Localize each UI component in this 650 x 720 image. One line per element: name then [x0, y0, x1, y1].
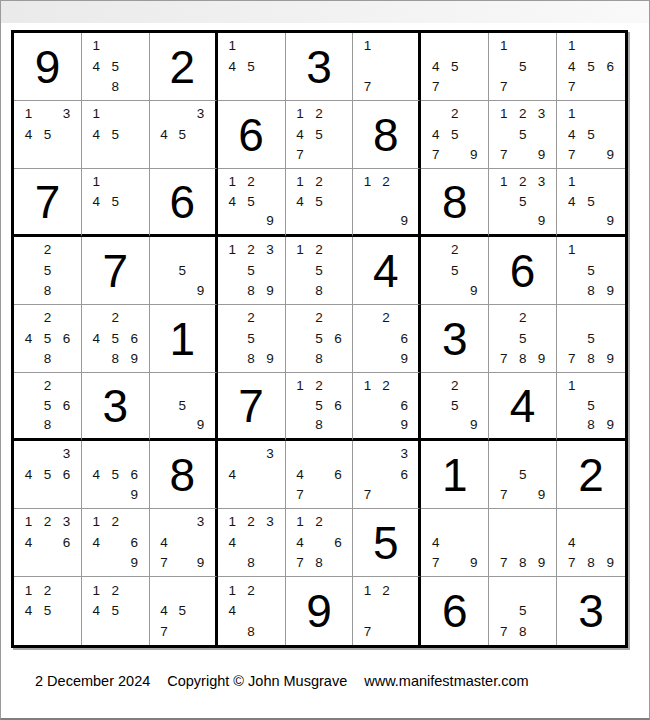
cell-r1c8[interactable]: 157 [489, 33, 557, 101]
cell-r8c6[interactable]: 5 [353, 509, 421, 577]
cell-r3c2[interactable]: 145 [82, 169, 150, 237]
cell-r5c2[interactable]: 245689 [82, 305, 150, 373]
cell-r4c4[interactable]: 123589 [218, 237, 286, 305]
cell-r7c6[interactable]: 367 [353, 441, 421, 509]
cell-r5c4[interactable]: 2589 [218, 305, 286, 373]
cell-r2c3[interactable]: 345 [150, 101, 218, 169]
pencil-marks: 3456 [14, 441, 81, 508]
solved-digit: 1 [421, 441, 488, 508]
solved-digit: 6 [421, 577, 488, 645]
cell-r7c9[interactable]: 2 [557, 441, 625, 509]
cell-r6c1[interactable]: 2568 [14, 373, 82, 441]
cell-r8c4[interactable]: 12348 [218, 509, 286, 577]
cell-r6c4[interactable]: 7 [218, 373, 286, 441]
cell-r6c2[interactable]: 3 [82, 373, 150, 441]
cell-r4c7[interactable]: 259 [421, 237, 489, 305]
cell-r5c5[interactable]: 2568 [286, 305, 354, 373]
pencil-marks: 1245 [286, 169, 353, 234]
cell-r8c2[interactable]: 12469 [82, 509, 150, 577]
cell-r2c8[interactable]: 123579 [489, 101, 557, 169]
pencil-marks: 479 [421, 509, 488, 576]
cell-r1c3[interactable]: 2 [150, 33, 218, 101]
footer-copyright: Copyright © John Musgrave [167, 673, 347, 689]
cell-r5c6[interactable]: 269 [353, 305, 421, 373]
page: 9145821453174571571456713451453456124578… [0, 0, 650, 720]
pencil-marks: 4789 [557, 509, 625, 576]
pencil-marks: 123579 [489, 101, 556, 168]
cell-r7c4[interactable]: 34 [218, 441, 286, 509]
cell-r4c3[interactable]: 59 [150, 237, 218, 305]
top-strip [1, 1, 649, 23]
cell-r8c3[interactable]: 3479 [150, 509, 218, 577]
pencil-marks: 12346 [14, 509, 81, 576]
pencil-marks: 59 [150, 237, 215, 304]
pencil-marks: 12359 [489, 169, 556, 234]
pencil-marks: 467 [286, 441, 353, 508]
cell-r3c5[interactable]: 1245 [286, 169, 354, 237]
cell-r6c6[interactable]: 1269 [353, 373, 421, 441]
cell-r3c4[interactable]: 12459 [218, 169, 286, 237]
cell-r7c2[interactable]: 4569 [82, 441, 150, 509]
solved-digit: 6 [150, 169, 215, 234]
cell-r2c4[interactable]: 6 [218, 101, 286, 169]
pencil-marks: 12457 [286, 101, 353, 168]
cell-r1c9[interactable]: 14567 [557, 33, 625, 101]
cell-r1c7[interactable]: 457 [421, 33, 489, 101]
cell-r4c8[interactable]: 6 [489, 237, 557, 305]
pencil-marks: 12348 [218, 509, 285, 576]
solved-digit: 9 [286, 577, 353, 645]
pencil-marks: 14567 [557, 33, 625, 100]
pencil-marks: 24568 [14, 305, 81, 372]
pencil-marks: 1248 [218, 577, 285, 645]
cell-r3c9[interactable]: 1459 [557, 169, 625, 237]
solved-digit: 7 [218, 373, 285, 438]
cell-r6c8[interactable]: 4 [489, 373, 557, 441]
cell-r8c8[interactable]: 789 [489, 509, 557, 577]
pencil-marks: 25789 [489, 305, 556, 372]
pencil-marks: 123589 [218, 237, 285, 304]
pencil-marks: 17 [353, 33, 418, 100]
pencil-marks: 24579 [421, 101, 488, 168]
pencil-marks: 145 [82, 101, 149, 168]
cell-r4c5[interactable]: 1258 [286, 237, 354, 305]
cell-r2c2[interactable]: 145 [82, 101, 150, 169]
cell-r8c5[interactable]: 124678 [286, 509, 354, 577]
pencil-marks: 579 [489, 441, 556, 508]
cell-r8c1[interactable]: 12346 [14, 509, 82, 577]
cell-r8c7[interactable]: 479 [421, 509, 489, 577]
cell-r2c9[interactable]: 14579 [557, 101, 625, 169]
cell-r2c6[interactable]: 8 [353, 101, 421, 169]
pencil-marks: 145 [82, 169, 149, 234]
footer-website-link[interactable]: www.manifestmaster.com [364, 673, 528, 689]
pencil-marks: 1459 [557, 169, 625, 234]
sudoku-board: 9145821453174571571456713451453456124578… [11, 30, 628, 648]
cell-r7c1[interactable]: 3456 [14, 441, 82, 509]
cell-r7c3[interactable]: 8 [150, 441, 218, 509]
cell-r8c9[interactable]: 4789 [557, 509, 625, 577]
pencil-marks: 1345 [14, 101, 81, 168]
cell-r5c3[interactable]: 1 [150, 305, 218, 373]
cell-r3c7[interactable]: 8 [421, 169, 489, 237]
cell-r9c4[interactable]: 1248 [218, 577, 286, 645]
pencil-marks: 145 [218, 33, 285, 100]
pencil-marks: 157 [489, 33, 556, 100]
pencil-marks: 127 [353, 577, 418, 645]
cell-r4c9[interactable]: 1589 [557, 237, 625, 305]
pencil-marks: 1589 [557, 373, 625, 438]
cell-r9c5[interactable]: 9 [286, 577, 354, 645]
pencil-marks: 1258 [286, 237, 353, 304]
cell-r7c7[interactable]: 1 [421, 441, 489, 509]
pencil-marks: 457 [421, 33, 488, 100]
cell-r6c5[interactable]: 12568 [286, 373, 354, 441]
solved-digit: 7 [14, 169, 81, 234]
pencil-marks: 345 [150, 101, 215, 168]
pencil-marks: 2568 [14, 373, 81, 438]
cell-r5c1[interactable]: 24568 [14, 305, 82, 373]
pencil-marks: 269 [353, 305, 418, 372]
pencil-marks: 1269 [353, 373, 418, 438]
solved-digit: 6 [489, 237, 556, 304]
cell-r9c2[interactable]: 1245 [82, 577, 150, 645]
cell-r9c3[interactable]: 457 [150, 577, 218, 645]
cell-r2c1[interactable]: 1345 [14, 101, 82, 169]
cell-r4c2[interactable]: 7 [82, 237, 150, 305]
cell-r1c4[interactable]: 145 [218, 33, 286, 101]
pencil-marks: 457 [150, 577, 215, 645]
cell-r4c1[interactable]: 258 [14, 237, 82, 305]
pencil-marks: 34 [218, 441, 285, 508]
pencil-marks: 245689 [82, 305, 149, 372]
cell-r1c6[interactable]: 17 [353, 33, 421, 101]
cell-r7c5[interactable]: 467 [286, 441, 354, 509]
pencil-marks: 367 [353, 441, 418, 508]
solved-digit: 4 [489, 373, 556, 438]
cell-r9c1[interactable]: 1245 [14, 577, 82, 645]
pencil-marks: 59 [150, 373, 215, 438]
pencil-marks: 4569 [82, 441, 149, 508]
cell-r5c7[interactable]: 3 [421, 305, 489, 373]
cell-r9c7[interactable]: 6 [421, 577, 489, 645]
pencil-marks: 1245 [82, 577, 149, 645]
cell-r1c2[interactable]: 1458 [82, 33, 150, 101]
pencil-marks: 2589 [218, 305, 285, 372]
pencil-marks: 12469 [82, 509, 149, 576]
cell-r3c6[interactable]: 129 [353, 169, 421, 237]
pencil-marks: 1589 [557, 237, 625, 304]
cell-r2c5[interactable]: 12457 [286, 101, 354, 169]
pencil-marks: 14579 [557, 101, 625, 168]
pencil-marks: 789 [489, 509, 556, 576]
cell-r9c9[interactable]: 3 [557, 577, 625, 645]
pencil-marks: 124678 [286, 509, 353, 576]
pencil-marks: 2568 [286, 305, 353, 372]
pencil-marks: 258 [14, 237, 81, 304]
cell-r3c3[interactable]: 6 [150, 169, 218, 237]
cell-r6c7[interactable]: 259 [421, 373, 489, 441]
solved-digit: 3 [421, 305, 488, 372]
cell-r3c1[interactable]: 7 [14, 169, 82, 237]
solved-digit: 8 [353, 101, 418, 168]
solved-digit: 5 [353, 509, 418, 576]
solved-digit: 8 [150, 441, 215, 508]
pencil-marks: 12568 [286, 373, 353, 438]
solved-digit: 9 [14, 33, 81, 100]
cell-r7c8[interactable]: 579 [489, 441, 557, 509]
footer-date: 2 December 2024 [35, 673, 150, 689]
solved-digit: 3 [82, 373, 149, 438]
pencil-marks: 1458 [82, 33, 149, 100]
solved-digit: 1 [150, 305, 215, 372]
pencil-marks: 259 [421, 237, 488, 304]
cell-r3c8[interactable]: 12359 [489, 169, 557, 237]
solved-digit: 3 [557, 577, 625, 645]
pencil-marks: 5789 [557, 305, 625, 372]
pencil-marks: 578 [489, 577, 556, 645]
solved-digit: 3 [286, 33, 353, 100]
cell-r1c1[interactable]: 9 [14, 33, 82, 101]
cell-r6c9[interactable]: 1589 [557, 373, 625, 441]
pencil-marks: 129 [353, 169, 418, 234]
pencil-marks: 12459 [218, 169, 285, 234]
cell-r9c8[interactable]: 578 [489, 577, 557, 645]
solved-digit: 7 [82, 237, 149, 304]
cell-r2c7[interactable]: 24579 [421, 101, 489, 169]
pencil-marks: 3479 [150, 509, 215, 576]
pencil-marks: 259 [421, 373, 488, 438]
pencil-marks: 1245 [14, 577, 81, 645]
cell-r5c8[interactable]: 25789 [489, 305, 557, 373]
footer: 2 December 2024 Copyright © John Musgrav… [35, 673, 529, 689]
solved-digit: 2 [557, 441, 625, 508]
cell-r6c3[interactable]: 59 [150, 373, 218, 441]
cell-r4c6[interactable]: 4 [353, 237, 421, 305]
solved-digit: 4 [353, 237, 418, 304]
cell-r5c9[interactable]: 5789 [557, 305, 625, 373]
solved-digit: 8 [421, 169, 488, 234]
solved-digit: 6 [218, 101, 285, 168]
cell-r9c6[interactable]: 127 [353, 577, 421, 645]
cell-r1c5[interactable]: 3 [286, 33, 354, 101]
solved-digit: 2 [150, 33, 215, 100]
